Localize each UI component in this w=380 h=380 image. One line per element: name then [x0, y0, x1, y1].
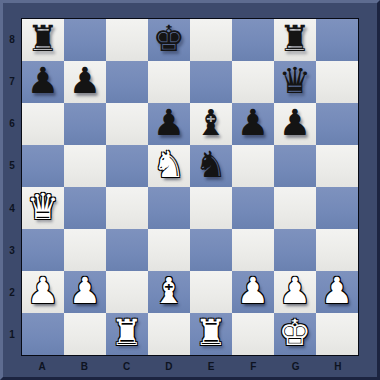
square-f8[interactable] — [232, 19, 274, 61]
piece-white-pawn[interactable]: ♟ — [237, 273, 269, 309]
square-c8[interactable] — [106, 19, 148, 61]
square-b4[interactable] — [64, 187, 106, 229]
piece-white-rook[interactable]: ♜ — [111, 315, 143, 351]
square-e5[interactable]: ♞ — [190, 145, 232, 187]
square-f2[interactable]: ♟ — [232, 271, 274, 313]
square-a6[interactable] — [22, 103, 64, 145]
square-d5[interactable]: ♞ — [148, 145, 190, 187]
chess-board-frame: 87654321 ♜♚♜♟♟♛♟♝♟♟♞♞♛♟♟♝♟♟♟♜♜♚ ABCDEFGH — [0, 0, 380, 380]
rank-label-2: 2 — [3, 272, 21, 314]
square-h6[interactable] — [316, 103, 358, 145]
square-b7[interactable]: ♟ — [64, 61, 106, 103]
piece-black-pawn[interactable]: ♟ — [237, 105, 269, 141]
square-d2[interactable]: ♝ — [148, 271, 190, 313]
square-d3[interactable] — [148, 229, 190, 271]
square-g1[interactable]: ♚ — [274, 313, 316, 355]
rank-label-1: 1 — [3, 314, 21, 356]
piece-black-pawn[interactable]: ♟ — [153, 105, 185, 141]
square-a7[interactable]: ♟ — [22, 61, 64, 103]
square-a2[interactable]: ♟ — [22, 271, 64, 313]
square-b6[interactable] — [64, 103, 106, 145]
piece-black-knight[interactable]: ♞ — [195, 147, 227, 183]
square-c4[interactable] — [106, 187, 148, 229]
square-e7[interactable] — [190, 61, 232, 103]
piece-white-pawn[interactable]: ♟ — [279, 273, 311, 309]
piece-white-knight[interactable]: ♞ — [153, 147, 185, 183]
file-label-a: A — [21, 357, 63, 375]
square-b3[interactable] — [64, 229, 106, 271]
square-h7[interactable] — [316, 61, 358, 103]
rank-label-3: 3 — [3, 229, 21, 271]
file-label-c: C — [106, 357, 148, 375]
square-b1[interactable] — [64, 313, 106, 355]
square-e4[interactable] — [190, 187, 232, 229]
square-e6[interactable]: ♝ — [190, 103, 232, 145]
square-c3[interactable] — [106, 229, 148, 271]
file-label-b: B — [63, 357, 105, 375]
square-g2[interactable]: ♟ — [274, 271, 316, 313]
square-h4[interactable] — [316, 187, 358, 229]
square-d6[interactable]: ♟ — [148, 103, 190, 145]
square-f4[interactable] — [232, 187, 274, 229]
file-labels: ABCDEFGH — [21, 357, 359, 375]
square-e8[interactable] — [190, 19, 232, 61]
piece-white-pawn[interactable]: ♟ — [321, 273, 353, 309]
square-c1[interactable]: ♜ — [106, 313, 148, 355]
piece-black-queen[interactable]: ♛ — [279, 63, 311, 99]
rank-label-5: 5 — [3, 145, 21, 187]
square-h2[interactable]: ♟ — [316, 271, 358, 313]
file-label-e: E — [190, 357, 232, 375]
square-b2[interactable]: ♟ — [64, 271, 106, 313]
piece-black-king[interactable]: ♚ — [153, 21, 185, 57]
square-c2[interactable] — [106, 271, 148, 313]
square-c5[interactable] — [106, 145, 148, 187]
piece-black-pawn[interactable]: ♟ — [27, 63, 59, 99]
square-e1[interactable]: ♜ — [190, 313, 232, 355]
square-d7[interactable] — [148, 61, 190, 103]
square-c6[interactable] — [106, 103, 148, 145]
piece-black-pawn[interactable]: ♟ — [279, 105, 311, 141]
piece-black-rook[interactable]: ♜ — [279, 21, 311, 57]
square-d8[interactable]: ♚ — [148, 19, 190, 61]
square-f3[interactable] — [232, 229, 274, 271]
file-label-g: G — [275, 357, 317, 375]
piece-white-pawn[interactable]: ♟ — [69, 273, 101, 309]
square-d1[interactable] — [148, 313, 190, 355]
square-a4[interactable]: ♛ — [22, 187, 64, 229]
square-g4[interactable] — [274, 187, 316, 229]
square-a8[interactable]: ♜ — [22, 19, 64, 61]
square-h1[interactable] — [316, 313, 358, 355]
file-label-f: F — [232, 357, 274, 375]
piece-white-pawn[interactable]: ♟ — [27, 273, 59, 309]
rank-label-8: 8 — [3, 18, 21, 60]
square-g8[interactable]: ♜ — [274, 19, 316, 61]
square-h8[interactable] — [316, 19, 358, 61]
square-e2[interactable] — [190, 271, 232, 313]
rank-labels: 87654321 — [3, 18, 21, 356]
piece-white-rook[interactable]: ♜ — [195, 315, 227, 351]
square-d4[interactable] — [148, 187, 190, 229]
file-label-h: H — [317, 357, 359, 375]
square-a3[interactable] — [22, 229, 64, 271]
square-g6[interactable]: ♟ — [274, 103, 316, 145]
square-f1[interactable] — [232, 313, 274, 355]
square-b5[interactable] — [64, 145, 106, 187]
rank-label-7: 7 — [3, 60, 21, 102]
square-a1[interactable] — [22, 313, 64, 355]
piece-white-queen[interactable]: ♛ — [27, 189, 59, 225]
square-g3[interactable] — [274, 229, 316, 271]
rank-label-6: 6 — [3, 103, 21, 145]
square-g5[interactable] — [274, 145, 316, 187]
square-e3[interactable] — [190, 229, 232, 271]
square-c7[interactable] — [106, 61, 148, 103]
square-f7[interactable] — [232, 61, 274, 103]
square-a5[interactable] — [22, 145, 64, 187]
square-f6[interactable]: ♟ — [232, 103, 274, 145]
piece-black-rook[interactable]: ♜ — [27, 21, 59, 57]
square-b8[interactable] — [64, 19, 106, 61]
piece-white-king[interactable]: ♚ — [279, 315, 311, 351]
file-label-d: D — [148, 357, 190, 375]
square-g7[interactable]: ♛ — [274, 61, 316, 103]
piece-black-pawn[interactable]: ♟ — [69, 63, 101, 99]
rank-label-4: 4 — [3, 187, 21, 229]
chess-board: ♜♚♜♟♟♛♟♝♟♟♞♞♛♟♟♝♟♟♟♜♜♚ — [21, 18, 359, 356]
square-f5[interactable] — [232, 145, 274, 187]
square-h5[interactable] — [316, 145, 358, 187]
square-h3[interactable] — [316, 229, 358, 271]
piece-black-bishop[interactable]: ♝ — [195, 105, 227, 141]
piece-white-bishop[interactable]: ♝ — [153, 273, 185, 309]
